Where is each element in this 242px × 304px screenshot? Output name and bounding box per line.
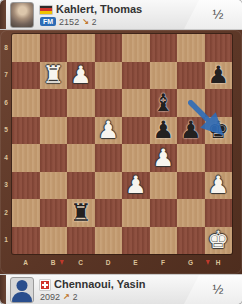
fide-title-badge: FM	[40, 17, 56, 26]
coordinate-marker-h	[206, 260, 210, 265]
square-g2[interactable]	[177, 199, 205, 227]
rank-label-4: 4	[0, 155, 12, 162]
piece-white-pawn[interactable]: ♟	[205, 172, 233, 200]
square-f7[interactable]	[150, 62, 178, 90]
square-c2[interactable]: ♜	[67, 199, 95, 227]
square-h8[interactable]	[205, 34, 233, 62]
file-label-e: E	[133, 260, 138, 267]
square-g3[interactable]	[177, 172, 205, 200]
square-a3[interactable]	[12, 172, 40, 200]
chess-board: ♜♟♟♝♟♟♟♚♟♟♟♜♚ 87654321ABCDEFGH	[0, 30, 242, 274]
square-c6[interactable]	[67, 89, 95, 117]
file-label-h: H	[216, 260, 221, 267]
square-d5[interactable]: ♟	[95, 117, 123, 145]
top-player-avatar[interactable]	[10, 2, 34, 28]
square-h5[interactable]: ♚	[205, 117, 233, 145]
bottom-player-name: Chennaoui, Yasin	[54, 278, 146, 290]
frame-edge-top	[0, 0, 6, 29]
piece-black-bishop[interactable]: ♝	[150, 89, 178, 117]
square-g1[interactable]	[177, 227, 205, 255]
square-d2[interactable]	[95, 199, 123, 227]
trend-down-icon: ↘	[82, 17, 89, 26]
square-c1[interactable]	[67, 227, 95, 255]
square-e6[interactable]	[122, 89, 150, 117]
rank-label-1: 1	[0, 237, 12, 244]
square-g5[interactable]: ♟	[177, 117, 205, 145]
square-b5[interactable]	[40, 117, 68, 145]
square-g6[interactable]	[177, 89, 205, 117]
square-f2[interactable]	[150, 199, 178, 227]
piece-black-rook[interactable]: ♜	[67, 199, 95, 227]
square-g7[interactable]	[177, 62, 205, 90]
piece-black-pawn[interactable]: ♟	[150, 117, 178, 145]
top-player-rating: 2152	[59, 17, 79, 27]
square-a7[interactable]	[12, 62, 40, 90]
square-e7[interactable]	[122, 62, 150, 90]
top-player-rating-change: 2	[92, 17, 97, 27]
square-h1[interactable]: ♚	[205, 227, 233, 255]
square-f5[interactable]: ♟	[150, 117, 178, 145]
square-d8[interactable]	[95, 34, 123, 62]
bottom-player-bar: Chennaoui, Yasin 2092 ↗ 2 ½	[0, 274, 242, 304]
square-b3[interactable]	[40, 172, 68, 200]
piece-white-pawn[interactable]: ♟	[95, 117, 123, 145]
square-a5[interactable]	[12, 117, 40, 145]
top-player-score: ½	[213, 7, 224, 22]
square-d6[interactable]	[95, 89, 123, 117]
piece-white-pawn[interactable]: ♟	[122, 172, 150, 200]
rank-label-7: 7	[0, 72, 12, 79]
bottom-player-score: ½	[213, 282, 224, 297]
square-b8[interactable]	[40, 34, 68, 62]
square-h6[interactable]	[205, 89, 233, 117]
file-label-g: G	[188, 260, 194, 267]
file-label-d: D	[106, 260, 111, 267]
square-b1[interactable]	[40, 227, 68, 255]
square-h2[interactable]	[205, 199, 233, 227]
top-player-bar: Kahlert, Thomas FM 2152 ↘ 2 ½	[0, 0, 242, 30]
frame-edge-bottom	[0, 275, 6, 304]
square-h7[interactable]: ♟	[205, 62, 233, 90]
file-label-a: A	[23, 260, 28, 267]
rank-label-2: 2	[0, 210, 12, 217]
square-d7[interactable]	[95, 62, 123, 90]
trend-up-icon: ↗	[63, 292, 70, 301]
germany-flag-icon	[40, 6, 52, 14]
square-b2[interactable]	[40, 199, 68, 227]
square-f3[interactable]	[150, 172, 178, 200]
piece-white-pawn[interactable]: ♟	[67, 62, 95, 90]
piece-white-pawn[interactable]: ♟	[150, 144, 178, 172]
game-widget: Kahlert, Thomas FM 2152 ↘ 2 ½ ♜♟♟♝♟♟♟♚♟♟…	[0, 0, 242, 304]
square-a6[interactable]	[12, 89, 40, 117]
piece-black-king[interactable]: ♚	[205, 117, 233, 145]
square-h3[interactable]: ♟	[205, 172, 233, 200]
piece-black-pawn[interactable]: ♟	[205, 62, 233, 90]
square-e8[interactable]	[122, 34, 150, 62]
square-a1[interactable]	[12, 227, 40, 255]
square-c7[interactable]: ♟	[67, 62, 95, 90]
rank-label-8: 8	[0, 45, 12, 52]
square-e3[interactable]: ♟	[122, 172, 150, 200]
file-label-f: F	[161, 260, 165, 267]
square-b7[interactable]: ♜	[40, 62, 68, 90]
square-g8[interactable]	[177, 34, 205, 62]
bottom-player-rating-change: 2	[73, 292, 78, 302]
square-a4[interactable]	[12, 144, 40, 172]
piece-white-rook[interactable]: ♜	[40, 62, 68, 90]
file-label-c: C	[78, 260, 83, 267]
square-d4[interactable]	[95, 144, 123, 172]
bottom-player-rating: 2092	[40, 292, 60, 302]
rank-label-5: 5	[0, 127, 12, 134]
square-d3[interactable]	[95, 172, 123, 200]
square-a8[interactable]	[12, 34, 40, 62]
coordinate-marker-b	[60, 260, 64, 265]
square-d1[interactable]	[95, 227, 123, 255]
top-player-name: Kahlert, Thomas	[56, 3, 142, 15]
bottom-player-avatar[interactable]	[10, 277, 34, 303]
square-e5[interactable]	[122, 117, 150, 145]
file-label-b: B	[51, 260, 56, 267]
square-c4[interactable]	[67, 144, 95, 172]
square-h4[interactable]	[205, 144, 233, 172]
square-f6[interactable]: ♝	[150, 89, 178, 117]
rank-label-6: 6	[0, 100, 12, 107]
square-e2[interactable]	[122, 199, 150, 227]
square-c3[interactable]	[67, 172, 95, 200]
square-f4[interactable]: ♟	[150, 144, 178, 172]
square-f8[interactable]	[150, 34, 178, 62]
square-e1[interactable]	[122, 227, 150, 255]
piece-white-king[interactable]: ♚	[205, 227, 233, 255]
square-b4[interactable]	[40, 144, 68, 172]
switzerland-flag-icon	[40, 280, 50, 290]
square-f1[interactable]	[150, 227, 178, 255]
board-grid: ♜♟♟♝♟♟♟♚♟♟♟♜♚	[12, 34, 232, 254]
square-a2[interactable]	[12, 199, 40, 227]
square-b6[interactable]	[40, 89, 68, 117]
square-g4[interactable]	[177, 144, 205, 172]
piece-black-pawn[interactable]: ♟	[177, 117, 205, 145]
rank-label-3: 3	[0, 182, 12, 189]
square-c5[interactable]	[67, 117, 95, 145]
square-e4[interactable]	[122, 144, 150, 172]
square-c8[interactable]	[67, 34, 95, 62]
